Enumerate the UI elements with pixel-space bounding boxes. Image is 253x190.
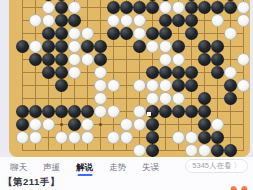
white-stone xyxy=(81,53,94,66)
black-stone xyxy=(172,105,185,118)
white-stone xyxy=(55,131,68,144)
black-stone xyxy=(55,14,68,27)
tab-mistakes[interactable]: 失误 xyxy=(142,161,159,173)
white-stone xyxy=(172,92,185,105)
white-stone xyxy=(133,118,146,131)
black-stone xyxy=(159,0,172,1)
black-stone xyxy=(120,1,133,14)
last-move-marker xyxy=(147,112,151,116)
black-stone xyxy=(55,66,68,79)
black-stone xyxy=(224,92,237,105)
white-stone xyxy=(172,131,185,144)
white-stone xyxy=(185,131,198,144)
white-stone xyxy=(94,92,107,105)
mascot-icon[interactable] xyxy=(231,184,247,190)
tab-cheer[interactable]: 声援 xyxy=(43,161,60,173)
chevron-right-icon: 〉 xyxy=(234,161,242,171)
black-stone xyxy=(198,105,211,118)
white-stone xyxy=(159,92,172,105)
black-stone xyxy=(185,1,198,14)
white-stone xyxy=(133,27,146,40)
white-stone xyxy=(133,79,146,92)
move-number-label: 【第211手】 xyxy=(3,176,60,189)
white-stone xyxy=(211,14,224,27)
white-stone xyxy=(68,66,81,79)
white-stone xyxy=(237,14,250,27)
white-stone xyxy=(185,144,198,157)
black-stone xyxy=(16,105,29,118)
go-broadcast-app: 聊天 声援 解说 走势 失误 5345人在看 〉 【第211手】 xyxy=(0,0,253,190)
white-stone xyxy=(94,66,107,79)
white-stone xyxy=(81,131,94,144)
black-stone xyxy=(146,118,159,131)
black-stone xyxy=(198,40,211,53)
black-stone xyxy=(146,0,159,1)
black-stone xyxy=(55,0,68,1)
tab-chat[interactable]: 聊天 xyxy=(10,161,27,173)
black-stone xyxy=(185,66,198,79)
star-point xyxy=(99,123,102,126)
black-stone xyxy=(185,105,198,118)
white-stone xyxy=(29,14,42,27)
black-stone xyxy=(42,0,55,1)
grid-line-h xyxy=(22,98,244,99)
white-stone xyxy=(211,118,224,131)
white-stone xyxy=(107,79,120,92)
black-stone xyxy=(133,40,146,53)
black-stone xyxy=(224,0,237,1)
black-stone xyxy=(198,53,211,66)
go-board[interactable] xyxy=(9,0,250,157)
white-stone xyxy=(133,144,146,157)
black-stone xyxy=(159,105,172,118)
black-stone xyxy=(55,40,68,53)
white-stone xyxy=(159,1,172,14)
black-stone xyxy=(55,1,68,14)
white-stone xyxy=(29,40,42,53)
black-stone xyxy=(172,79,185,92)
white-stone xyxy=(237,79,250,92)
white-stone xyxy=(42,1,55,14)
black-stone xyxy=(94,40,107,53)
black-stone xyxy=(198,131,211,144)
black-stone xyxy=(211,66,224,79)
white-stone xyxy=(42,14,55,27)
white-stone xyxy=(68,53,81,66)
white-stone xyxy=(146,92,159,105)
black-stone xyxy=(55,27,68,40)
black-stone xyxy=(224,1,237,14)
black-stone xyxy=(42,40,55,53)
black-stone xyxy=(198,118,211,131)
black-stone xyxy=(29,53,42,66)
white-stone xyxy=(133,105,146,118)
black-stone xyxy=(159,66,172,79)
black-stone xyxy=(16,118,29,131)
tab-commentary[interactable]: 解说 xyxy=(76,161,93,173)
white-stone xyxy=(224,27,237,40)
white-stone xyxy=(68,27,81,40)
black-stone xyxy=(185,14,198,27)
black-stone xyxy=(29,105,42,118)
black-stone xyxy=(185,79,198,92)
white-stone xyxy=(81,27,94,40)
black-stone xyxy=(42,105,55,118)
white-stone xyxy=(159,40,172,53)
white-stone xyxy=(16,131,29,144)
white-stone xyxy=(198,144,211,157)
black-stone xyxy=(172,14,185,27)
black-stone xyxy=(55,53,68,66)
white-stone xyxy=(94,79,107,92)
black-stone xyxy=(81,40,94,53)
white-stone xyxy=(107,131,120,144)
black-stone xyxy=(42,66,55,79)
white-stone xyxy=(172,1,185,14)
black-stone xyxy=(42,53,55,66)
black-stone xyxy=(159,14,172,27)
black-stone xyxy=(107,27,120,40)
white-stone xyxy=(81,118,94,131)
black-stone xyxy=(172,40,185,53)
black-stone xyxy=(146,1,159,14)
black-stone xyxy=(42,27,55,40)
white-stone xyxy=(29,118,42,131)
white-stone xyxy=(159,79,172,92)
white-stone xyxy=(133,14,146,27)
white-stone xyxy=(172,53,185,66)
black-stone xyxy=(68,118,81,131)
black-stone xyxy=(185,27,198,40)
black-stone xyxy=(146,27,159,40)
white-stone xyxy=(68,131,81,144)
black-stone xyxy=(198,92,211,105)
black-stone xyxy=(146,131,159,144)
black-stone xyxy=(16,40,29,53)
black-stone xyxy=(94,53,107,66)
black-stone xyxy=(81,105,94,118)
black-stone xyxy=(55,79,68,92)
black-stone xyxy=(159,27,172,40)
black-stone xyxy=(224,79,237,92)
black-stone xyxy=(211,40,224,53)
white-stone xyxy=(159,53,172,66)
white-stone xyxy=(224,66,237,79)
black-stone xyxy=(211,53,224,66)
black-stone xyxy=(211,1,224,14)
white-stone xyxy=(107,105,120,118)
black-stone xyxy=(68,105,81,118)
white-stone xyxy=(146,79,159,92)
white-stone xyxy=(94,105,107,118)
white-stone xyxy=(68,1,81,14)
tab-trend[interactable]: 走势 xyxy=(109,161,126,173)
black-stone xyxy=(211,131,224,144)
white-stone xyxy=(42,118,55,131)
black-stone xyxy=(185,0,198,1)
black-stone xyxy=(146,66,159,79)
black-stone xyxy=(133,1,146,14)
tab-bar: 聊天 声援 解说 走势 失误 xyxy=(10,160,159,174)
black-stone xyxy=(172,66,185,79)
white-stone xyxy=(237,53,250,66)
white-stone xyxy=(237,1,250,14)
white-stone xyxy=(120,118,133,131)
white-stone xyxy=(120,14,133,27)
black-stone xyxy=(68,14,81,27)
black-stone xyxy=(211,144,224,157)
white-stone xyxy=(146,40,159,53)
black-stone xyxy=(107,1,120,14)
white-stone xyxy=(107,14,120,27)
black-stone xyxy=(198,1,211,14)
viewer-count: 5345人在看 xyxy=(192,161,231,171)
bottom-bar: 聊天 声援 解说 走势 失误 5345人在看 〉 【第211手】 xyxy=(0,157,253,190)
white-stone xyxy=(29,131,42,144)
black-stone xyxy=(120,27,133,40)
white-stone xyxy=(68,40,81,53)
white-stone xyxy=(120,131,133,144)
black-stone xyxy=(224,144,237,157)
viewer-count-pill[interactable]: 5345人在看 〉 xyxy=(185,159,248,173)
black-stone xyxy=(55,105,68,118)
star-point xyxy=(60,123,63,126)
black-stone xyxy=(146,144,159,157)
